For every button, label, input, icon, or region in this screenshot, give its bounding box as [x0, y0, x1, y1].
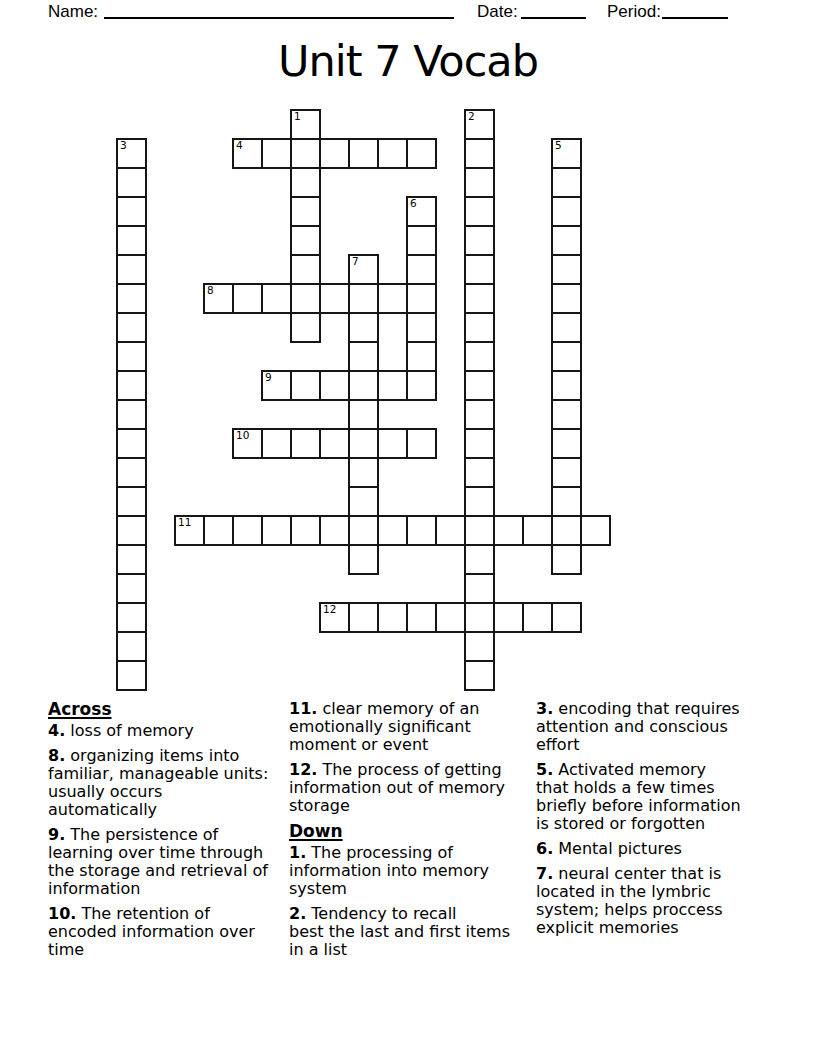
cell-r14-c8[interactable] [348, 515, 379, 546]
cell-r12-c8[interactable] [348, 457, 379, 488]
clue-down-3: 3. encoding that requiresattention and c… [536, 700, 764, 754]
cell-r11-c0[interactable] [116, 428, 147, 459]
name-label: Name: [48, 2, 98, 22]
cell-r5-c10[interactable] [406, 254, 437, 285]
cell-r12-c15[interactable] [551, 457, 582, 488]
cell-r8-c8[interactable] [348, 341, 379, 372]
cell-r1-c12[interactable] [464, 138, 495, 169]
cell-r8-c15[interactable] [551, 341, 582, 372]
cell-number-6: 6 [410, 198, 417, 209]
cell-r17-c12[interactable] [464, 602, 495, 633]
cell-r8-c12[interactable] [464, 341, 495, 372]
cell-number-11: 11 [178, 517, 191, 528]
cell-r10-c15[interactable] [551, 399, 582, 430]
cell-r9-c8[interactable] [348, 370, 379, 401]
cell-number-10: 10 [236, 430, 249, 441]
cell-r1-c10[interactable] [406, 138, 437, 169]
cell-r0-c6[interactable]: 1 [290, 109, 321, 140]
cell-r13-c8[interactable] [348, 486, 379, 517]
clue-number: 12. [289, 760, 317, 779]
cell-r13-c0[interactable] [116, 486, 147, 517]
cell-r6-c12[interactable] [464, 283, 495, 314]
cell-r3-c12[interactable] [464, 196, 495, 227]
cell-r19-c0[interactable] [116, 660, 147, 691]
cell-r14-c0[interactable] [116, 515, 147, 546]
clue-across-8: 8. organizing items intofamiliar, manage… [48, 747, 288, 819]
clue-number: 4. [48, 721, 65, 740]
cell-r11-c10[interactable] [406, 428, 437, 459]
cell-r1-c6[interactable] [290, 138, 321, 169]
clue-number: 9. [48, 825, 65, 844]
cell-r14-c2[interactable]: 11 [174, 515, 205, 546]
clue-number: 5. [536, 760, 553, 779]
cell-r7-c12[interactable] [464, 312, 495, 343]
cell-r2-c12[interactable] [464, 167, 495, 198]
cell-r17-c9[interactable] [377, 602, 408, 633]
clue-number: 11. [289, 699, 317, 718]
cell-r13-c15[interactable] [551, 486, 582, 517]
cell-r4-c10[interactable] [406, 225, 437, 256]
cell-r6-c3[interactable]: 8 [203, 283, 234, 314]
cell-r17-c7[interactable]: 12 [319, 602, 350, 633]
cell-r6-c8[interactable] [348, 283, 379, 314]
cell-r5-c8[interactable]: 7 [348, 254, 379, 285]
clue-across-10: 10. The retention ofencoded information … [48, 905, 288, 959]
cell-r0-c12[interactable]: 2 [464, 109, 495, 140]
clue-down-7: 7. neural center that islocated in the l… [536, 865, 764, 937]
cell-r3-c15[interactable] [551, 196, 582, 227]
cell-r4-c15[interactable] [551, 225, 582, 256]
cell-r14-c14[interactable] [522, 515, 553, 546]
cell-r14-c5[interactable] [261, 515, 292, 546]
cell-r1-c9[interactable] [377, 138, 408, 169]
cell-r10-c8[interactable] [348, 399, 379, 430]
clue-column-middle: 11. clear memory of anemotionally signif… [289, 700, 535, 966]
cell-r17-c15[interactable] [551, 602, 582, 633]
clue-column-left: Across4. loss of memory8. organizing ite… [48, 700, 288, 966]
cell-r9-c5[interactable]: 9 [261, 370, 292, 401]
cell-r13-c12[interactable] [464, 486, 495, 517]
cell-r11-c12[interactable] [464, 428, 495, 459]
cell-r9-c12[interactable] [464, 370, 495, 401]
clue-number: 6. [536, 839, 553, 858]
clue-down-1: 1. The processing ofinformation into mem… [289, 844, 535, 898]
cell-number-2: 2 [468, 111, 475, 122]
cell-r2-c15[interactable] [551, 167, 582, 198]
clue-across-9: 9. The persistence oflearning over time … [48, 826, 288, 898]
cell-number-5: 5 [555, 140, 562, 151]
cell-r17-c0[interactable] [116, 602, 147, 633]
cell-number-12: 12 [323, 604, 336, 615]
cell-r4-c0[interactable] [116, 225, 147, 256]
cell-r9-c15[interactable] [551, 370, 582, 401]
cell-r7-c10[interactable] [406, 312, 437, 343]
cell-r7-c0[interactable] [116, 312, 147, 343]
cell-r15-c0[interactable] [116, 544, 147, 575]
clue-number: 1. [289, 843, 306, 862]
cell-r9-c7[interactable] [319, 370, 350, 401]
cell-r14-c10[interactable] [406, 515, 437, 546]
cell-r6-c9[interactable] [377, 283, 408, 314]
clue-number: 2. [289, 904, 306, 923]
cell-r11-c9[interactable] [377, 428, 408, 459]
cell-r17-c11[interactable] [435, 602, 466, 633]
down-heading: Down [289, 822, 535, 840]
cell-r9-c6[interactable] [290, 370, 321, 401]
period-label: Period: [607, 2, 661, 22]
date-label: Date: [477, 2, 518, 22]
cell-r11-c5[interactable] [261, 428, 292, 459]
cell-r11-c4[interactable]: 10 [232, 428, 263, 459]
cell-r14-c6[interactable] [290, 515, 321, 546]
cell-r9-c9[interactable] [377, 370, 408, 401]
cell-r7-c6[interactable] [290, 312, 321, 343]
cell-r9-c0[interactable] [116, 370, 147, 401]
clue-column-right: 3. encoding that requiresattention and c… [536, 700, 764, 944]
cell-r17-c14[interactable] [522, 602, 553, 633]
cell-r14-c11[interactable] [435, 515, 466, 546]
worksheet-page: Name: Date: Period: Unit 7 Vocab 1234567… [0, 0, 816, 1056]
clue-number: 7. [536, 864, 553, 883]
cell-r6-c0[interactable] [116, 283, 147, 314]
cell-r14-c7[interactable] [319, 515, 350, 546]
cell-number-9: 9 [265, 372, 272, 383]
name-blank-line[interactable] [104, 0, 454, 19]
cell-r6-c6[interactable] [290, 283, 321, 314]
cell-number-4: 4 [236, 140, 243, 151]
cell-r11-c8[interactable] [348, 428, 379, 459]
cell-r5-c6[interactable] [290, 254, 321, 285]
crossword-grid: 123456789101112 [117, 110, 610, 690]
cell-r5-c15[interactable] [551, 254, 582, 285]
cell-r17-c10[interactable] [406, 602, 437, 633]
date-blank-line[interactable] [521, 0, 586, 19]
cell-r3-c10[interactable]: 6 [406, 196, 437, 227]
cell-r1-c0[interactable]: 3 [116, 138, 147, 169]
clue-number: 3. [536, 699, 553, 718]
page-title: Unit 7 Vocab [0, 36, 816, 86]
cell-r14-c15[interactable] [551, 515, 582, 546]
clue-across-12: 12. The process of gettinginformation ou… [289, 761, 535, 815]
cell-r14-c13[interactable] [493, 515, 524, 546]
cell-r6-c4[interactable] [232, 283, 263, 314]
cell-r14-c3[interactable] [203, 515, 234, 546]
cell-r15-c15[interactable] [551, 544, 582, 575]
cell-r18-c0[interactable] [116, 631, 147, 662]
cell-r1-c8[interactable] [348, 138, 379, 169]
clue-across-4: 4. loss of memory [48, 722, 288, 740]
cell-r5-c12[interactable] [464, 254, 495, 285]
cell-r12-c0[interactable] [116, 457, 147, 488]
cell-number-8: 8 [207, 285, 214, 296]
cell-r6-c7[interactable] [319, 283, 350, 314]
cell-r5-c0[interactable] [116, 254, 147, 285]
across-heading: Across [48, 700, 288, 718]
clue-number: 10. [48, 904, 76, 923]
cell-r1-c15[interactable]: 5 [551, 138, 582, 169]
clue-down-5: 5. Activated memorythat holds a few time… [536, 761, 764, 833]
cell-r16-c12[interactable] [464, 573, 495, 604]
cell-r8-c10[interactable] [406, 341, 437, 372]
clue-number: 8. [48, 746, 65, 765]
cell-r14-c16[interactable] [580, 515, 611, 546]
cell-r17-c8[interactable] [348, 602, 379, 633]
cell-r17-c13[interactable] [493, 602, 524, 633]
cell-r1-c4[interactable]: 4 [232, 138, 263, 169]
cell-r12-c12[interactable] [464, 457, 495, 488]
cell-r19-c12[interactable] [464, 660, 495, 691]
cell-r4-c6[interactable] [290, 225, 321, 256]
cell-r4-c12[interactable] [464, 225, 495, 256]
cell-r14-c12[interactable] [464, 515, 495, 546]
clue-down-2: 2. Tendency to recallbest the last and f… [289, 905, 535, 959]
cell-r15-c12[interactable] [464, 544, 495, 575]
cell-r16-c0[interactable] [116, 573, 147, 604]
period-blank-line[interactable] [662, 0, 728, 19]
cell-r15-c8[interactable] [348, 544, 379, 575]
cell-r11-c7[interactable] [319, 428, 350, 459]
cell-r2-c0[interactable] [116, 167, 147, 198]
cell-number-1: 1 [294, 111, 301, 122]
clue-across-11: 11. clear memory of anemotionally signif… [289, 700, 535, 754]
cell-r3-c0[interactable] [116, 196, 147, 227]
cell-r6-c10[interactable] [406, 283, 437, 314]
cell-number-3: 3 [120, 140, 127, 151]
cell-r11-c6[interactable] [290, 428, 321, 459]
cell-r9-c10[interactable] [406, 370, 437, 401]
cell-r2-c6[interactable] [290, 167, 321, 198]
cell-r1-c5[interactable] [261, 138, 292, 169]
cell-r18-c12[interactable] [464, 631, 495, 662]
cell-r1-c7[interactable] [319, 138, 350, 169]
cell-r6-c15[interactable] [551, 283, 582, 314]
cell-r10-c12[interactable] [464, 399, 495, 430]
cell-r14-c4[interactable] [232, 515, 263, 546]
cell-r8-c0[interactable] [116, 341, 147, 372]
cell-r3-c6[interactable] [290, 196, 321, 227]
cell-r11-c15[interactable] [551, 428, 582, 459]
cell-r6-c5[interactable] [261, 283, 292, 314]
cell-r7-c8[interactable] [348, 312, 379, 343]
cell-number-7: 7 [352, 256, 359, 267]
cell-r7-c15[interactable] [551, 312, 582, 343]
cell-r10-c0[interactable] [116, 399, 147, 430]
cell-r14-c9[interactable] [377, 515, 408, 546]
clue-down-6: 6. Mental pictures [536, 840, 764, 858]
